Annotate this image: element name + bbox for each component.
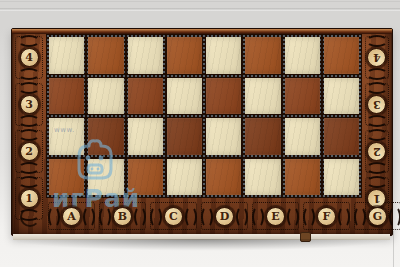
scroll-carving-icon [201, 206, 213, 228]
square-a2[interactable] [49, 118, 84, 155]
left-rank-label-3: 3 [12, 81, 46, 128]
scroll-carving-icon [366, 115, 388, 127]
square-g2[interactable] [285, 118, 320, 155]
rank-label: 4 [368, 48, 387, 67]
scroll-carving-icon [287, 206, 299, 228]
square-b2[interactable] [88, 118, 123, 155]
scroll-carving-icon [366, 35, 388, 47]
rank-label: 3 [20, 95, 39, 114]
right-rank-label-4: 4 [362, 34, 392, 81]
scroll-carving-icon [18, 176, 40, 188]
square-b3[interactable] [88, 78, 123, 115]
rank-label: 2 [20, 142, 39, 161]
square-e2[interactable] [206, 118, 241, 155]
square-h3[interactable] [324, 78, 359, 115]
rank-label: 4 [20, 48, 39, 67]
scroll-carving-icon [18, 115, 40, 127]
rank-label: 2 [368, 142, 387, 161]
right-coordinate-rail: 4321 [362, 34, 392, 198]
file-label: D [215, 207, 234, 226]
file-labels-row: ABCDEFGH [46, 198, 362, 235]
scroll-carving-icon [83, 206, 95, 228]
square-c1[interactable] [128, 159, 163, 196]
scroll-carving-icon [236, 206, 248, 228]
square-b1[interactable] [88, 159, 123, 196]
scroll-carving-icon [366, 162, 388, 174]
scroll-carving-icon [18, 82, 40, 94]
file-label: E [266, 207, 285, 226]
table-seam [393, 231, 394, 267]
file-label-c: C [148, 198, 199, 235]
bottom-coordinate-rail: ABCDEFGH [12, 198, 392, 235]
scroll-carving-icon [366, 82, 388, 94]
square-e3[interactable] [206, 78, 241, 115]
right-rank-label-2: 2 [362, 128, 392, 175]
scroll-carving-icon [18, 209, 40, 221]
square-h2[interactable] [324, 118, 359, 155]
square-g3[interactable] [285, 78, 320, 115]
scroll-carving-icon [150, 206, 162, 228]
file-label: A [62, 207, 81, 226]
squares-grid [46, 34, 362, 198]
square-h1[interactable] [324, 159, 359, 196]
chess-board: 4321 4321 ABCDEFGH [11, 28, 393, 236]
scroll-carving-icon [185, 206, 197, 228]
right-rank-label-3: 3 [362, 81, 392, 128]
square-g1[interactable] [285, 159, 320, 196]
file-label-a: A [46, 198, 97, 235]
photo-stage: 4321 4321 ABCDEFGH www. игРай [0, 0, 400, 267]
square-d3[interactable] [167, 78, 202, 115]
square-c2[interactable] [128, 118, 163, 155]
square-b4[interactable] [88, 37, 123, 74]
square-c4[interactable] [128, 37, 163, 74]
scroll-carving-icon [303, 206, 315, 228]
board-shadow [6, 239, 396, 251]
scroll-carving-icon [18, 162, 40, 174]
scroll-carving-icon [354, 206, 366, 228]
square-f4[interactable] [245, 37, 280, 74]
square-c3[interactable] [128, 78, 163, 115]
scroll-carving-icon [366, 68, 388, 80]
square-a1[interactable] [49, 159, 84, 196]
file-label-b: B [97, 198, 148, 235]
rank-label: 1 [20, 189, 39, 208]
square-d1[interactable] [167, 159, 202, 196]
scroll-carving-icon [252, 206, 264, 228]
file-label: C [164, 207, 183, 226]
square-h4[interactable] [324, 37, 359, 74]
file-label-f: F [301, 198, 352, 235]
square-g4[interactable] [285, 37, 320, 74]
square-f1[interactable] [245, 159, 280, 196]
square-d4[interactable] [167, 37, 202, 74]
file-label: F [317, 207, 336, 226]
scroll-carving-icon [18, 35, 40, 47]
square-f2[interactable] [245, 118, 280, 155]
scroll-carving-icon [18, 68, 40, 80]
square-a4[interactable] [49, 37, 84, 74]
square-e1[interactable] [206, 159, 241, 196]
square-a3[interactable] [49, 78, 84, 115]
square-e4[interactable] [206, 37, 241, 74]
scroll-carving-icon [18, 129, 40, 141]
left-rank-label-4: 4 [12, 34, 46, 81]
scroll-carving-icon [389, 206, 400, 228]
scroll-carving-icon [48, 206, 60, 228]
file-label: B [113, 207, 132, 226]
scroll-carving-icon [366, 176, 388, 188]
scroll-carving-icon [338, 206, 350, 228]
wall-panel-seam-top [0, 1, 400, 2]
scroll-carving-icon [99, 206, 111, 228]
wall-panel-seam [0, 8, 400, 11]
rank-label: 3 [368, 95, 387, 114]
file-label-e: E [250, 198, 301, 235]
square-d2[interactable] [167, 118, 202, 155]
scroll-carving-icon [134, 206, 146, 228]
square-f3[interactable] [245, 78, 280, 115]
left-coordinate-rail: 4321 [12, 34, 46, 198]
file-label: G [368, 207, 387, 226]
file-label-d: D [199, 198, 250, 235]
scroll-carving-icon [366, 129, 388, 141]
left-rank-label-2: 2 [12, 128, 46, 175]
